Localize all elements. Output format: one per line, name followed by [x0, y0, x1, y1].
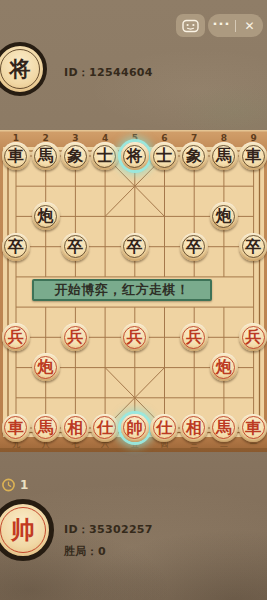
- start-banner: 开始博弈，红方走棋！: [32, 279, 212, 301]
- board-cell[interactable]: [239, 292, 268, 322]
- board-cell[interactable]: [90, 201, 120, 231]
- piece-label: 兵: [245, 329, 261, 345]
- board-cell[interactable]: [239, 201, 268, 231]
- board-cell[interactable]: [149, 352, 179, 382]
- piece-label: 卒: [8, 239, 24, 255]
- piece-label: 将: [127, 148, 143, 164]
- board-cell[interactable]: [1, 292, 31, 322]
- piece-red[interactable]: 仕: [91, 414, 119, 442]
- board-cell[interactable]: 士: [149, 141, 179, 171]
- board-cell[interactable]: [31, 383, 61, 413]
- piece-label: 兵: [127, 329, 143, 345]
- piece-label: 馬: [216, 148, 232, 164]
- board-cell[interactable]: [239, 171, 268, 201]
- piece-label: 兵: [186, 329, 202, 345]
- board-cell[interactable]: [60, 352, 90, 382]
- board-cell[interactable]: 相: [60, 413, 90, 443]
- piece-black[interactable]: 士: [91, 142, 119, 170]
- board-cell[interactable]: 馬: [31, 141, 61, 171]
- piece-black[interactable]: 馬: [210, 142, 238, 170]
- gamepad-icon: [182, 19, 199, 33]
- piece-label: 兵: [8, 329, 24, 345]
- board-cell[interactable]: [209, 232, 239, 262]
- piece-red[interactable]: 帥: [121, 414, 149, 442]
- board-cell[interactable]: 兵: [239, 322, 268, 352]
- board-cell[interactable]: [90, 322, 120, 352]
- move-timer: 1: [1, 477, 28, 492]
- piece-label: 車: [245, 420, 261, 436]
- board-cell[interactable]: [209, 322, 239, 352]
- piece-label: 馬: [216, 420, 232, 436]
- board-cell[interactable]: [90, 352, 120, 382]
- board-cell[interactable]: [149, 232, 179, 262]
- board-cell[interactable]: 兵: [60, 322, 90, 352]
- piece-red[interactable]: 馬: [210, 414, 238, 442]
- board-cell[interactable]: [120, 171, 150, 201]
- more-button[interactable]: ···: [208, 12, 235, 39]
- avatar-black-player: 将: [0, 42, 47, 96]
- avatar-black-char: 将: [10, 55, 31, 83]
- board-cell[interactable]: [209, 292, 239, 322]
- board-cell[interactable]: 兵: [120, 322, 150, 352]
- clock-icon: [1, 477, 16, 492]
- piece-black[interactable]: 象: [61, 142, 89, 170]
- avatar-red-char: 帅: [11, 514, 35, 546]
- board-cell[interactable]: [60, 383, 90, 413]
- piece-label: 車: [8, 420, 24, 436]
- red-player-wins: 胜局：0: [64, 544, 106, 559]
- close-button[interactable]: ✕: [236, 14, 263, 37]
- board-cell[interactable]: [179, 352, 209, 382]
- piece-label: 卒: [245, 239, 261, 255]
- piece-red[interactable]: 炮: [32, 353, 60, 381]
- board-cell[interactable]: 馬: [209, 413, 239, 443]
- piece-red[interactable]: 車: [2, 414, 30, 442]
- piece-black[interactable]: 卒: [180, 233, 208, 261]
- piece-label: 炮: [38, 208, 54, 224]
- piece-red[interactable]: 相: [61, 414, 89, 442]
- piece-red[interactable]: 炮: [210, 353, 238, 381]
- board-cell[interactable]: 仕: [90, 413, 120, 443]
- avatar-red-player: 帅: [0, 499, 54, 561]
- board-cell[interactable]: [1, 262, 31, 292]
- piece-label: 炮: [216, 208, 232, 224]
- board-cell[interactable]: [209, 383, 239, 413]
- board-cell[interactable]: 卒: [179, 232, 209, 262]
- game-screen: ··· ✕ 将 ID：12544604: [0, 0, 267, 600]
- piece-red[interactable]: 車: [239, 414, 267, 442]
- piece-black[interactable]: 卒: [61, 233, 89, 261]
- red-player-id: ID：35302257: [64, 522, 153, 537]
- board-cell[interactable]: [179, 383, 209, 413]
- board-cell[interactable]: 相: [179, 413, 209, 443]
- board-cell[interactable]: [31, 171, 61, 201]
- board-cell[interactable]: 帥: [120, 413, 150, 443]
- board-cell[interactable]: [179, 171, 209, 201]
- topbar: ··· ✕: [0, 0, 267, 44]
- piece-label: 兵: [67, 329, 83, 345]
- piece-black[interactable]: 卒: [239, 233, 267, 261]
- board-cell[interactable]: 車: [239, 141, 268, 171]
- piece-label: 炮: [216, 359, 232, 375]
- board-cell[interactable]: [209, 262, 239, 292]
- piece-label: 象: [186, 148, 202, 164]
- board-cell[interactable]: 象: [60, 141, 90, 171]
- board-cell[interactable]: 馬: [31, 413, 61, 443]
- board-cell[interactable]: 士: [90, 141, 120, 171]
- piece-label: 馬: [38, 148, 54, 164]
- board-cell[interactable]: [90, 383, 120, 413]
- piece-red[interactable]: 兵: [239, 323, 267, 351]
- board-cell[interactable]: 将: [120, 141, 150, 171]
- piece-label: 車: [245, 148, 261, 164]
- board-cell[interactable]: [149, 171, 179, 201]
- piece-label: 炮: [38, 359, 54, 375]
- piece-label: 卒: [186, 239, 202, 255]
- piece-label: 仕: [97, 420, 113, 436]
- menu-pill: ··· ✕: [208, 14, 263, 37]
- piece-black[interactable]: 馬: [32, 142, 60, 170]
- board-cell[interactable]: [1, 201, 31, 231]
- board-cell[interactable]: 炮: [31, 352, 61, 382]
- piece-label: 卒: [127, 239, 143, 255]
- board-cell[interactable]: 炮: [209, 352, 239, 382]
- board-cell[interactable]: 卒: [120, 232, 150, 262]
- board-cell[interactable]: 車: [1, 141, 31, 171]
- piece-label: 卒: [67, 239, 83, 255]
- board-cell[interactable]: [60, 171, 90, 201]
- piece-red[interactable]: 兵: [180, 323, 208, 351]
- board-cell[interactable]: 卒: [239, 232, 268, 262]
- board-cell[interactable]: [179, 201, 209, 231]
- board-cell[interactable]: 車: [239, 413, 268, 443]
- board-cell[interactable]: [90, 171, 120, 201]
- board-cell[interactable]: [31, 322, 61, 352]
- board-cell[interactable]: [1, 383, 31, 413]
- gamepad-button[interactable]: [176, 14, 205, 37]
- piece-black[interactable]: 車: [239, 142, 267, 170]
- board-cell[interactable]: 兵: [1, 322, 31, 352]
- piece-black[interactable]: 車: [2, 142, 30, 170]
- piece-label: 車: [8, 148, 24, 164]
- piece-red[interactable]: 兵: [2, 323, 30, 351]
- board-cell[interactable]: [31, 232, 61, 262]
- piece-red[interactable]: 仕: [150, 414, 178, 442]
- board-cell[interactable]: 卒: [60, 232, 90, 262]
- board-cell[interactable]: 炮: [31, 201, 61, 231]
- piece-black[interactable]: 炮: [210, 202, 238, 230]
- board-cell[interactable]: 炮: [209, 201, 239, 231]
- piece-black[interactable]: 士: [150, 142, 178, 170]
- piece-red[interactable]: 兵: [121, 323, 149, 351]
- board-cell[interactable]: 仕: [149, 413, 179, 443]
- piece-label: 帥: [127, 420, 143, 436]
- piece-red[interactable]: 兵: [61, 323, 89, 351]
- piece-label: 士: [97, 148, 113, 164]
- piece-black[interactable]: 卒: [2, 233, 30, 261]
- board-cell[interactable]: 馬: [209, 141, 239, 171]
- timer-count: 1: [20, 478, 28, 492]
- board-cell[interactable]: 象: [179, 141, 209, 171]
- board-cell[interactable]: [239, 262, 268, 292]
- piece-red[interactable]: 馬: [32, 414, 60, 442]
- board-cell[interactable]: [149, 201, 179, 231]
- board-cell[interactable]: [120, 383, 150, 413]
- board-cell[interactable]: [149, 383, 179, 413]
- board-cell[interactable]: 車: [1, 413, 31, 443]
- piece-label: 相: [67, 420, 83, 436]
- piece-label: 士: [156, 148, 172, 164]
- board-cell[interactable]: [90, 232, 120, 262]
- piece-red[interactable]: 相: [180, 414, 208, 442]
- black-player-id: ID：12544604: [64, 65, 153, 80]
- piece-black[interactable]: 象: [180, 142, 208, 170]
- board-cell[interactable]: [60, 201, 90, 231]
- piece-black[interactable]: 将: [121, 142, 149, 170]
- piece-label: 相: [186, 420, 202, 436]
- board-cell[interactable]: 兵: [179, 322, 209, 352]
- piece-black[interactable]: 卒: [121, 233, 149, 261]
- piece-label: 馬: [38, 420, 54, 436]
- board-cell[interactable]: [1, 352, 31, 382]
- board-cell[interactable]: [209, 171, 239, 201]
- piece-label: 象: [67, 148, 83, 164]
- piece-label: 仕: [156, 420, 172, 436]
- board-cell[interactable]: [239, 383, 268, 413]
- board-cell[interactable]: [239, 352, 268, 382]
- board-cell[interactable]: 卒: [1, 232, 31, 262]
- board-cell[interactable]: [120, 352, 150, 382]
- board-cell[interactable]: [120, 201, 150, 231]
- piece-black[interactable]: 炮: [32, 202, 60, 230]
- board-cell[interactable]: [149, 322, 179, 352]
- xiangqi-board: 123456789 九八七六五四三二一 車馬象士将士象馬車炮炮卒卒卒卒卒兵兵兵兵…: [0, 130, 267, 452]
- board-cell[interactable]: [1, 171, 31, 201]
